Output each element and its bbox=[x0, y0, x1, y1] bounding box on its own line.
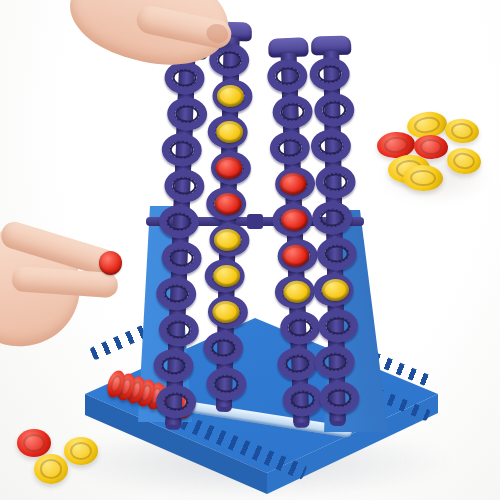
table-disc-3 bbox=[34, 454, 68, 484]
disc-rim bbox=[40, 459, 62, 478]
table-disc-2 bbox=[64, 437, 98, 465]
disc-rim bbox=[70, 442, 92, 460]
held-red-disc bbox=[99, 251, 122, 275]
table-disc-1 bbox=[17, 429, 51, 457]
disc-rim bbox=[23, 434, 45, 452]
board-game-product-photo bbox=[0, 0, 500, 500]
